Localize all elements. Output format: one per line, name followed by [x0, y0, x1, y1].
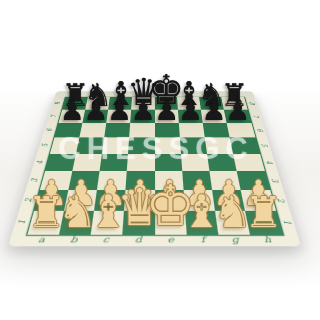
square-c6 [104, 123, 130, 138]
square-e4 [155, 154, 182, 171]
file-label-d: d [122, 234, 155, 246]
square-e6 [155, 123, 180, 138]
square-b1 [59, 211, 94, 234]
square-c1 [91, 211, 125, 234]
square-a4 [45, 154, 76, 171]
product-photo-scene: abcdefgh abcdefgh 87654321 87654321 CHES… [0, 0, 320, 320]
board-grid [27, 97, 282, 234]
square-c8 [108, 97, 132, 109]
square-h3 [237, 171, 270, 190]
chess-board-mat: abcdefgh abcdefgh 87654321 87654321 [8, 91, 301, 246]
square-b4 [72, 154, 102, 171]
square-c5 [102, 138, 129, 154]
square-d8 [131, 97, 154, 109]
square-e3 [155, 171, 184, 190]
file-label-f: f [186, 234, 220, 246]
square-a2 [33, 190, 68, 211]
square-e8 [155, 97, 178, 109]
square-b3 [68, 171, 99, 190]
file-label-a: a [24, 234, 59, 246]
square-b6 [79, 123, 106, 138]
square-d6 [129, 123, 154, 138]
square-g6 [203, 123, 230, 138]
square-f5 [180, 138, 207, 154]
square-g8 [199, 97, 224, 109]
square-f3 [182, 171, 212, 190]
square-f2 [183, 190, 215, 211]
square-h5 [230, 138, 260, 154]
square-f8 [177, 97, 201, 109]
square-h1 [245, 211, 282, 234]
square-d7 [130, 109, 154, 122]
square-d3 [126, 171, 155, 190]
square-g1 [215, 211, 250, 234]
square-d4 [127, 154, 154, 171]
square-e7 [155, 109, 179, 122]
file-label-e: e [155, 234, 188, 246]
square-b2 [64, 190, 97, 211]
file-label-g: g [218, 234, 252, 246]
square-g3 [209, 171, 240, 190]
square-e2 [155, 190, 185, 211]
square-a5 [50, 138, 80, 154]
square-h6 [227, 123, 255, 138]
square-g5 [205, 138, 233, 154]
square-a7 [58, 109, 85, 122]
square-b5 [76, 138, 104, 154]
square-a1 [27, 211, 64, 234]
square-b7 [82, 109, 108, 122]
square-c2 [94, 190, 126, 211]
square-d1 [123, 211, 155, 234]
file-label-c: c [89, 234, 123, 246]
square-f1 [185, 211, 219, 234]
square-d5 [128, 138, 154, 154]
square-c3 [97, 171, 127, 190]
square-h2 [241, 190, 276, 211]
square-a6 [54, 123, 82, 138]
square-g4 [207, 154, 237, 171]
file-label-h: h [250, 234, 285, 246]
square-g7 [201, 109, 227, 122]
square-f4 [181, 154, 210, 171]
square-c7 [106, 109, 131, 122]
square-a8 [62, 97, 88, 109]
square-g2 [212, 190, 245, 211]
square-d2 [124, 190, 154, 211]
file-labels-bottom: abcdefgh [24, 234, 286, 246]
square-a3 [39, 171, 72, 190]
square-f7 [178, 109, 203, 122]
square-f6 [179, 123, 205, 138]
square-e1 [155, 211, 187, 234]
square-h7 [224, 109, 251, 122]
square-c4 [100, 154, 129, 171]
square-e5 [155, 138, 181, 154]
square-b8 [85, 97, 110, 109]
square-h4 [233, 154, 264, 171]
file-label-b: b [56, 234, 90, 246]
square-h8 [221, 97, 247, 109]
